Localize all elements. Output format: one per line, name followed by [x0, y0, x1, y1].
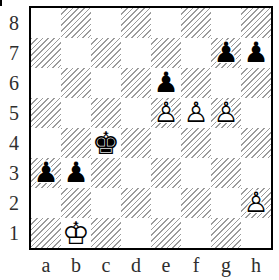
square-e3[interactable]	[151, 158, 181, 188]
black-pawn-icon: ♟	[151, 68, 181, 98]
white-king-icon: ♔	[61, 218, 91, 248]
square-f7[interactable]	[181, 38, 211, 68]
square-e4[interactable]	[151, 128, 181, 158]
square-d4[interactable]	[121, 128, 151, 158]
square-a7[interactable]	[31, 38, 61, 68]
square-c3[interactable]	[91, 158, 121, 188]
file-label-b: b	[61, 252, 91, 278]
square-e8[interactable]	[151, 8, 181, 38]
square-e2[interactable]	[151, 188, 181, 218]
white-pawn-h2[interactable]: ♟♙	[241, 188, 271, 218]
square-d8[interactable]	[121, 8, 151, 38]
black-pawn-icon: ♟	[211, 38, 241, 68]
white-pawn-icon: ♙	[181, 98, 211, 128]
black-king-icon: ♚	[91, 128, 121, 158]
square-g3[interactable]	[211, 158, 241, 188]
square-h2[interactable]: ♟♙	[241, 188, 271, 218]
square-g6[interactable]	[211, 68, 241, 98]
square-b8[interactable]	[61, 8, 91, 38]
square-h4[interactable]	[241, 128, 271, 158]
black-pawn-e6[interactable]: ♟	[151, 68, 181, 98]
square-f5[interactable]: ♟♙	[181, 98, 211, 128]
rank-label-1: 1	[0, 218, 28, 248]
square-c6[interactable]	[91, 68, 121, 98]
square-b5[interactable]	[61, 98, 91, 128]
square-b3[interactable]: ♟	[61, 158, 91, 188]
file-label-e: e	[151, 252, 181, 278]
square-d6[interactable]	[121, 68, 151, 98]
black-pawn-g7[interactable]: ♟	[211, 38, 241, 68]
square-d5[interactable]	[121, 98, 151, 128]
chess-diagram: 87654321 ♟♟♟♟♙♟♙♟♙♚♟♟♟♙♚♔ abcdefgh	[0, 0, 279, 280]
square-f2[interactable]	[181, 188, 211, 218]
board: ♟♟♟♟♙♟♙♟♙♚♟♟♟♙♚♔	[29, 6, 273, 250]
white-pawn-e5[interactable]: ♟♙	[151, 98, 181, 128]
black-pawn-a3[interactable]: ♟	[31, 158, 61, 188]
white-pawn-f5[interactable]: ♟♙	[181, 98, 211, 128]
square-g4[interactable]	[211, 128, 241, 158]
square-d1[interactable]	[121, 218, 151, 248]
square-c8[interactable]	[91, 8, 121, 38]
square-e6[interactable]: ♟	[151, 68, 181, 98]
square-b4[interactable]	[61, 128, 91, 158]
white-pawn-icon: ♙	[211, 98, 241, 128]
square-c7[interactable]	[91, 38, 121, 68]
square-a1[interactable]	[31, 218, 61, 248]
square-a6[interactable]	[31, 68, 61, 98]
square-a4[interactable]	[31, 128, 61, 158]
square-a2[interactable]	[31, 188, 61, 218]
rank-label-4: 4	[0, 128, 28, 158]
rank-label-2: 2	[0, 188, 28, 218]
square-a3[interactable]: ♟	[31, 158, 61, 188]
square-b7[interactable]	[61, 38, 91, 68]
black-king-c4[interactable]: ♚	[91, 128, 121, 158]
square-f3[interactable]	[181, 158, 211, 188]
rank-label-7: 7	[0, 38, 28, 68]
file-label-h: h	[241, 252, 271, 278]
square-a5[interactable]	[31, 98, 61, 128]
square-g7[interactable]: ♟	[211, 38, 241, 68]
scan-artifact	[0, 0, 2, 6]
square-c2[interactable]	[91, 188, 121, 218]
square-f6[interactable]	[181, 68, 211, 98]
square-f8[interactable]	[181, 8, 211, 38]
square-b2[interactable]	[61, 188, 91, 218]
white-pawn-g5[interactable]: ♟♙	[211, 98, 241, 128]
square-d7[interactable]	[121, 38, 151, 68]
square-b1[interactable]: ♚♔	[61, 218, 91, 248]
square-d2[interactable]	[121, 188, 151, 218]
file-label-d: d	[121, 252, 151, 278]
square-g1[interactable]	[211, 218, 241, 248]
rank-label-3: 3	[0, 158, 28, 188]
black-pawn-icon: ♟	[61, 158, 91, 188]
white-king-b1[interactable]: ♚♔	[61, 218, 91, 248]
square-g2[interactable]	[211, 188, 241, 218]
square-a8[interactable]	[31, 8, 61, 38]
rank-label-5: 5	[0, 98, 28, 128]
black-pawn-icon: ♟	[241, 38, 271, 68]
square-b6[interactable]	[61, 68, 91, 98]
rank-label-6: 6	[0, 68, 28, 98]
square-c5[interactable]	[91, 98, 121, 128]
square-h7[interactable]: ♟	[241, 38, 271, 68]
rank-labels: 87654321	[0, 8, 28, 248]
black-pawn-h7[interactable]: ♟	[241, 38, 271, 68]
square-e5[interactable]: ♟♙	[151, 98, 181, 128]
rank-label-8: 8	[0, 8, 28, 38]
file-label-g: g	[211, 252, 241, 278]
file-label-f: f	[181, 252, 211, 278]
black-pawn-b3[interactable]: ♟	[61, 158, 91, 188]
black-pawn-icon: ♟	[31, 158, 61, 188]
square-h6[interactable]	[241, 68, 271, 98]
white-pawn-icon: ♙	[241, 188, 271, 218]
square-c1[interactable]	[91, 218, 121, 248]
file-labels: abcdefgh	[31, 252, 271, 278]
white-pawn-icon: ♙	[151, 98, 181, 128]
square-c4[interactable]: ♚	[91, 128, 121, 158]
square-f4[interactable]	[181, 128, 211, 158]
square-d3[interactable]	[121, 158, 151, 188]
square-h1[interactable]	[241, 218, 271, 248]
square-h5[interactable]	[241, 98, 271, 128]
square-e1[interactable]	[151, 218, 181, 248]
file-label-a: a	[31, 252, 61, 278]
square-g8[interactable]	[211, 8, 241, 38]
square-h3[interactable]	[241, 158, 271, 188]
square-g5[interactable]: ♟♙	[211, 98, 241, 128]
file-label-c: c	[91, 252, 121, 278]
square-h8[interactable]	[241, 8, 271, 38]
square-e7[interactable]	[151, 38, 181, 68]
square-f1[interactable]	[181, 218, 211, 248]
